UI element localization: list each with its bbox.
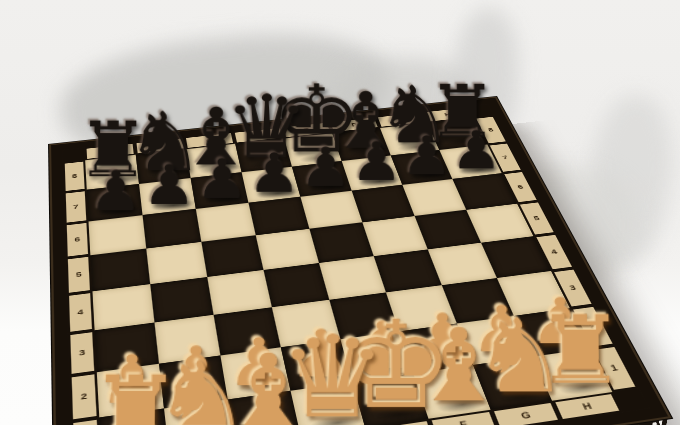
square-f6 bbox=[352, 185, 415, 223]
black-pawn-g7: ♟ bbox=[401, 132, 453, 181]
square-d7: ♟ bbox=[242, 167, 301, 203]
square-e7: ♟ bbox=[292, 161, 352, 197]
black-pawn-d7: ♟ bbox=[248, 148, 301, 198]
black-pawn-b7: ♟ bbox=[142, 160, 196, 211]
square-c5 bbox=[201, 235, 263, 277]
square-d5 bbox=[256, 229, 319, 270]
square-a4 bbox=[92, 284, 154, 330]
black-pawn-f7: ♟ bbox=[351, 137, 403, 186]
scene: ABCDEFGH8♜♞♝♛♚♝♞♜87♟♟♟♟♟♟♟♟7665544332♟♟♟… bbox=[0, 0, 680, 425]
rank-label-left-4: 4 bbox=[67, 291, 95, 333]
photo-backdrop: ABCDEFGH8♜♞♝♛♚♝♞♜87♟♟♟♟♟♟♟♟7665544332♟♟♟… bbox=[0, 0, 680, 425]
black-pawn-a7: ♟ bbox=[89, 166, 143, 217]
black-pawn-e7: ♟ bbox=[300, 143, 352, 193]
square-e6 bbox=[300, 191, 362, 229]
rank-label-left-6: 6 bbox=[65, 221, 91, 258]
black-pawn-c7: ♟ bbox=[195, 154, 248, 204]
square-c7: ♟ bbox=[191, 172, 249, 209]
white-rook-a1: ♜ bbox=[88, 368, 185, 425]
chess-board: ABCDEFGH8♜♞♝♛♚♝♞♜87♟♟♟♟♟♟♟♟7665544332♟♟♟… bbox=[51, 98, 668, 425]
square-a7: ♟ bbox=[87, 184, 143, 221]
rank-label-left-5: 5 bbox=[66, 255, 93, 294]
box-left-face bbox=[51, 145, 61, 425]
square-a1: ♜ bbox=[99, 408, 169, 425]
square-b7: ♟ bbox=[139, 178, 196, 215]
square-a6 bbox=[89, 215, 147, 255]
square-c6 bbox=[196, 203, 256, 242]
black-pawn-h7: ♟ bbox=[451, 126, 503, 175]
rank-label-left-7: 7 bbox=[64, 190, 89, 224]
square-d4 bbox=[264, 263, 330, 307]
square-b4 bbox=[150, 277, 213, 322]
square-c4 bbox=[207, 270, 272, 315]
square-b6 bbox=[143, 209, 202, 249]
